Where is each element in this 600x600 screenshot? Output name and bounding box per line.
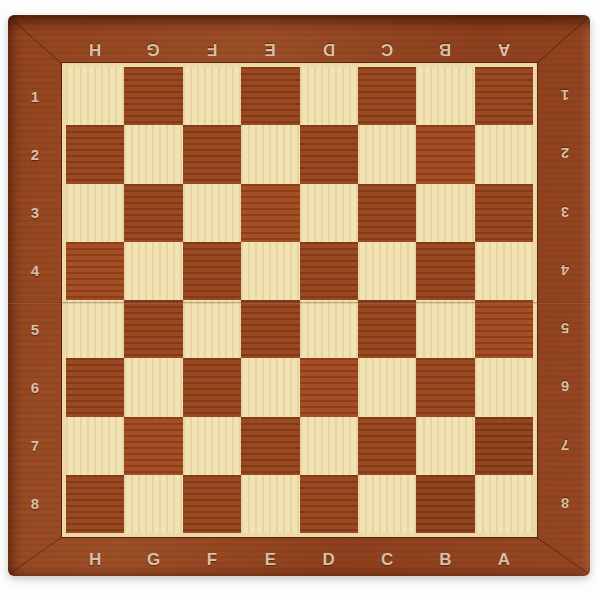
square-e2[interactable] bbox=[241, 125, 299, 183]
file-top-label-b: B bbox=[416, 38, 474, 60]
square-a4[interactable] bbox=[475, 242, 533, 300]
square-f2[interactable] bbox=[183, 125, 241, 183]
rank-left-label-6: 6 bbox=[18, 358, 52, 416]
square-d8[interactable] bbox=[300, 475, 358, 533]
square-e5[interactable] bbox=[241, 300, 299, 358]
square-c5[interactable] bbox=[358, 300, 416, 358]
rank-left-label-5: 5 bbox=[18, 300, 52, 358]
rank-right-label-5: 5 bbox=[548, 300, 582, 358]
square-b7[interactable] bbox=[416, 417, 474, 475]
frame-miter-top-right bbox=[533, 17, 589, 67]
square-c3[interactable] bbox=[358, 184, 416, 242]
square-c6[interactable] bbox=[358, 358, 416, 416]
square-c8[interactable] bbox=[358, 475, 416, 533]
square-g2[interactable] bbox=[124, 125, 182, 183]
square-d7[interactable] bbox=[300, 417, 358, 475]
square-d1[interactable] bbox=[300, 67, 358, 125]
square-b8[interactable] bbox=[416, 475, 474, 533]
square-b1[interactable] bbox=[416, 67, 474, 125]
square-c4[interactable] bbox=[358, 242, 416, 300]
rank-labels-right: 12345678 bbox=[548, 67, 582, 533]
rank-left-label-8: 8 bbox=[18, 475, 52, 533]
square-h4[interactable] bbox=[66, 242, 124, 300]
square-e6[interactable] bbox=[241, 358, 299, 416]
square-h7[interactable] bbox=[66, 417, 124, 475]
square-b6[interactable] bbox=[416, 358, 474, 416]
fold-seam bbox=[8, 302, 590, 304]
file-labels-top: HGFEDCBA bbox=[66, 38, 533, 60]
file-top-label-g: G bbox=[124, 38, 182, 60]
square-h8[interactable] bbox=[66, 475, 124, 533]
file-top-label-d: D bbox=[300, 38, 358, 60]
rank-left-label-1: 1 bbox=[18, 67, 52, 125]
square-h1[interactable] bbox=[66, 67, 124, 125]
square-c2[interactable] bbox=[358, 125, 416, 183]
square-f6[interactable] bbox=[183, 358, 241, 416]
square-a6[interactable] bbox=[475, 358, 533, 416]
playing-field bbox=[62, 63, 537, 537]
rank-labels-left: 12345678 bbox=[18, 67, 52, 533]
square-f7[interactable] bbox=[183, 417, 241, 475]
frame-miter-bottom-right bbox=[534, 535, 589, 574]
square-f8[interactable] bbox=[183, 475, 241, 533]
square-h6[interactable] bbox=[66, 358, 124, 416]
file-bottom-label-b: B bbox=[416, 549, 474, 571]
square-h5[interactable] bbox=[66, 300, 124, 358]
file-bottom-label-d: D bbox=[300, 549, 358, 571]
square-b2[interactable] bbox=[416, 125, 474, 183]
square-f1[interactable] bbox=[183, 67, 241, 125]
square-c1[interactable] bbox=[358, 67, 416, 125]
file-top-label-f: F bbox=[183, 38, 241, 60]
square-d6[interactable] bbox=[300, 358, 358, 416]
square-f5[interactable] bbox=[183, 300, 241, 358]
square-c7[interactable] bbox=[358, 417, 416, 475]
square-g7[interactable] bbox=[124, 417, 182, 475]
square-g5[interactable] bbox=[124, 300, 182, 358]
square-a8[interactable] bbox=[475, 475, 533, 533]
square-g8[interactable] bbox=[124, 475, 182, 533]
square-e4[interactable] bbox=[241, 242, 299, 300]
square-a2[interactable] bbox=[475, 125, 533, 183]
square-e3[interactable] bbox=[241, 184, 299, 242]
file-bottom-label-c: C bbox=[358, 549, 416, 571]
file-labels-bottom: HGFEDCBA bbox=[66, 549, 533, 571]
file-top-label-c: C bbox=[358, 38, 416, 60]
square-d4[interactable] bbox=[300, 242, 358, 300]
file-bottom-label-h: H bbox=[66, 549, 124, 571]
square-d3[interactable] bbox=[300, 184, 358, 242]
square-f3[interactable] bbox=[183, 184, 241, 242]
square-b5[interactable] bbox=[416, 300, 474, 358]
square-b3[interactable] bbox=[416, 184, 474, 242]
frame-miter-bottom-left bbox=[9, 534, 65, 574]
rank-right-label-1: 1 bbox=[548, 67, 582, 125]
rank-right-label-3: 3 bbox=[548, 184, 582, 242]
square-e7[interactable] bbox=[241, 417, 299, 475]
square-f4[interactable] bbox=[183, 242, 241, 300]
rank-right-label-6: 6 bbox=[548, 358, 582, 416]
file-top-label-h: H bbox=[66, 38, 124, 60]
square-g4[interactable] bbox=[124, 242, 182, 300]
file-top-label-e: E bbox=[241, 38, 299, 60]
square-a1[interactable] bbox=[475, 67, 533, 125]
rank-left-label-3: 3 bbox=[18, 184, 52, 242]
squares-grid bbox=[66, 67, 533, 533]
square-b4[interactable] bbox=[416, 242, 474, 300]
square-g1[interactable] bbox=[124, 67, 182, 125]
square-e8[interactable] bbox=[241, 475, 299, 533]
square-h3[interactable] bbox=[66, 184, 124, 242]
file-top-label-a: A bbox=[475, 38, 533, 60]
square-a5[interactable] bbox=[475, 300, 533, 358]
square-a3[interactable] bbox=[475, 184, 533, 242]
rank-right-label-4: 4 bbox=[548, 242, 582, 300]
file-bottom-label-g: G bbox=[124, 549, 182, 571]
rank-right-label-2: 2 bbox=[548, 125, 582, 183]
square-e1[interactable] bbox=[241, 67, 299, 125]
square-d5[interactable] bbox=[300, 300, 358, 358]
square-d2[interactable] bbox=[300, 125, 358, 183]
file-bottom-label-f: F bbox=[183, 549, 241, 571]
rank-left-label-7: 7 bbox=[18, 417, 52, 475]
rank-left-label-2: 2 bbox=[18, 125, 52, 183]
frame-miter-top-left bbox=[9, 17, 65, 67]
rank-right-label-8: 8 bbox=[548, 475, 582, 533]
file-bottom-label-e: E bbox=[241, 549, 299, 571]
square-g3[interactable] bbox=[124, 184, 182, 242]
rank-left-label-4: 4 bbox=[18, 242, 52, 300]
square-g6[interactable] bbox=[124, 358, 182, 416]
square-h2[interactable] bbox=[66, 125, 124, 183]
chess-board: HGFEDCBA HGFEDCBA 12345678 12345678 bbox=[8, 15, 590, 576]
square-a7[interactable] bbox=[475, 417, 533, 475]
rank-right-label-7: 7 bbox=[548, 417, 582, 475]
file-bottom-label-a: A bbox=[475, 549, 533, 571]
